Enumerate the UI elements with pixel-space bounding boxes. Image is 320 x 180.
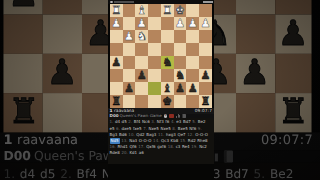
move-token[interactable]: e5 [110, 126, 115, 132]
square-a8[interactable]: ♜ [199, 95, 212, 108]
square-e2[interactable] [148, 17, 161, 30]
move-token[interactable]: f6 [165, 119, 169, 125]
move-token[interactable]: Nf6 [189, 126, 196, 132]
square-h8[interactable]: ♜ [110, 95, 123, 108]
square-g4[interactable] [123, 43, 136, 56]
opponent-bar [108, 0, 215, 4]
square-c4[interactable] [174, 43, 187, 56]
white-pawn-piece: ♟ [135, 17, 148, 30]
move-token[interactable]: fxe5 [133, 126, 142, 132]
square-b2[interactable]: ♟ [186, 17, 199, 30]
engine-toggle-icon[interactable] [169, 114, 174, 117]
square-g3[interactable]: ♟ [123, 30, 136, 43]
square-c5[interactable] [174, 56, 187, 69]
black-rook-piece: ♜ [199, 95, 212, 108]
square-a6[interactable]: ♟ [199, 69, 212, 82]
square-b3[interactable] [186, 30, 199, 43]
black-pawn-piece: ♟ [123, 82, 136, 95]
square-g7[interactable]: ♟ [123, 82, 136, 95]
move-token[interactable]: 3. [151, 119, 155, 125]
move-token[interactable]: gxf6 [157, 144, 166, 150]
move-token[interactable]: d5 [122, 119, 127, 125]
move-token[interactable]: O-O-O [195, 132, 208, 138]
square-d1[interactable]: ♜ [161, 4, 174, 17]
square-c7[interactable]: ♟ [174, 82, 187, 95]
square-c3[interactable] [174, 30, 187, 43]
move-token[interactable]: 19. [191, 144, 197, 150]
move-token[interactable]: 8. [172, 126, 176, 132]
square-b5[interactable] [186, 56, 199, 69]
move-token[interactable]: Na3 [129, 138, 137, 144]
square-g6[interactable] [123, 69, 136, 82]
square-f6[interactable]: ♟ [135, 69, 148, 82]
black-pawn-piece: ♟ [110, 56, 123, 69]
square-e5[interactable] [148, 56, 161, 69]
move-token[interactable]: Nxe5 [160, 126, 170, 132]
move-token[interactable]: 18. [168, 144, 174, 150]
white-rook-piece: ♜ [161, 4, 174, 17]
move-token[interactable]: a6 [139, 150, 144, 156]
square-h6[interactable] [110, 69, 123, 82]
current-move[interactable]: Nd5 [110, 138, 120, 144]
move-token[interactable]: 20. [121, 150, 127, 156]
square-g1[interactable] [123, 4, 136, 17]
move-token[interactable]: 13. [121, 138, 127, 144]
square-h7[interactable] [110, 82, 123, 95]
move-token[interactable]: 4. [171, 119, 175, 125]
square-f1[interactable]: ♝ [135, 4, 148, 17]
move-token[interactable]: 15. [180, 138, 186, 144]
move-token[interactable]: Rd2 [188, 138, 196, 144]
move-token[interactable]: d4 [115, 119, 120, 125]
move-token[interactable]: Bd6 [119, 132, 127, 138]
black-knight-piece: ♞ [174, 69, 187, 82]
white-pawn-piece: ♟ [199, 17, 212, 30]
analysis-screen: ♜♝♜♚♟♟♟♟♟♟♞♟♞♟♞♟♟♝♟♟♜♚♜ 1 raavaana 09:07… [108, 0, 215, 180]
square-d4[interactable] [161, 43, 174, 56]
square-e1[interactable] [148, 4, 161, 17]
move-token[interactable]: Nc2 [199, 144, 207, 150]
square-e3[interactable] [148, 30, 161, 43]
black-pawn-piece: ♟ [186, 82, 199, 95]
square-h2[interactable]: ♟ [110, 17, 123, 30]
move-token[interactable]: Bxg3 [146, 132, 156, 138]
black-pawn-piece: ♟ [199, 69, 212, 82]
square-f5[interactable] [135, 56, 148, 69]
player-clock: 09:07:7 [195, 108, 212, 113]
move-token[interactable]: Bxe5 [178, 126, 188, 132]
chart-icon[interactable] [176, 114, 180, 118]
move-token[interactable]: 10. [128, 132, 134, 138]
move-token[interactable]: Nxe5 [149, 126, 159, 132]
move-token[interactable]: Nc6 [142, 119, 150, 125]
square-g2[interactable] [123, 17, 136, 30]
move-token[interactable]: 6. [116, 126, 120, 132]
square-a3[interactable] [199, 30, 212, 43]
move-token[interactable]: Bg3 [110, 132, 118, 138]
square-g8[interactable] [123, 95, 136, 108]
move-token[interactable]: Kd1 [129, 150, 137, 156]
move-token[interactable]: 2. [128, 119, 132, 125]
square-f4[interactable] [135, 43, 148, 56]
book-icon[interactable] [182, 114, 186, 118]
move-token[interactable]: 5. [192, 119, 196, 125]
white-pawn-piece: ♟ [174, 17, 187, 30]
black-bishop-piece: ♝ [161, 82, 174, 95]
black-knight-piece: ♞ [161, 56, 174, 69]
square-a4[interactable] [199, 43, 212, 56]
chess-board[interactable]: ♜♝♜♚♟♟♟♟♟♟♞♟♞♟♞♟♟♝♟♟♜♚♜ [110, 4, 212, 108]
move-token[interactable]: 11. [158, 132, 164, 138]
square-c1[interactable]: ♚ [174, 4, 187, 17]
move-token[interactable]: hxg3 [166, 132, 176, 138]
square-g5[interactable] [123, 56, 136, 69]
square-f2[interactable]: ♟ [135, 17, 148, 30]
black-king-piece: ♚ [161, 95, 174, 108]
square-e8[interactable] [148, 95, 161, 108]
square-b8[interactable] [186, 95, 199, 108]
square-f7[interactable] [135, 82, 148, 95]
white-king-piece: ♚ [174, 4, 187, 17]
square-b1[interactable] [186, 4, 199, 17]
square-d5[interactable]: ♞ [161, 56, 174, 69]
move-token[interactable]: O-O-O [139, 138, 152, 144]
square-c6[interactable]: ♞ [174, 69, 187, 82]
move-token[interactable]: c3 [176, 144, 181, 150]
info-icon[interactable]: i [164, 114, 168, 118]
move-token[interactable]: Bf4 [134, 119, 141, 125]
square-e6[interactable] [148, 69, 161, 82]
white-pawn-piece: ♟ [123, 30, 136, 43]
square-h4[interactable] [110, 43, 123, 56]
online-dot-icon [110, 1, 113, 3]
move-token[interactable]: 12. [187, 132, 193, 138]
white-rook-piece: ♜ [110, 4, 123, 17]
opponent-clock-smudge [203, 1, 213, 3]
opponent-name-smudge [114, 1, 134, 3]
square-h5[interactable]: ♟ [110, 56, 123, 69]
move-token[interactable]: Kb8 [171, 138, 179, 144]
square-f3[interactable]: ♞ [135, 30, 148, 43]
black-pawn-piece: ♟ [135, 69, 148, 82]
shorts-frame: ♜♝♜♚♟♟♟♟♟♟♞♟♞♟♞♟♟♝♟♟♜♚♜ 1 raavaana 09:07… [0, 0, 320, 180]
move-token[interactable]: 9. [198, 126, 202, 132]
square-b6[interactable] [186, 69, 199, 82]
square-a7[interactable] [199, 82, 212, 95]
move-token[interactable]: Bd7 [183, 119, 191, 125]
opening-eco: D00 [110, 113, 119, 118]
square-a5[interactable] [199, 56, 212, 69]
move-token[interactable]: Qe7 [178, 132, 186, 138]
square-d2[interactable] [161, 17, 174, 30]
square-h3[interactable] [110, 30, 123, 43]
move-token[interactable]: 1. [110, 119, 114, 125]
square-d7[interactable]: ♝ [161, 82, 174, 95]
square-d3[interactable] [161, 30, 174, 43]
move-list[interactable]: 1.d4d52.Bf4Nc63.Nf3f64.e3Bd75.Be2e56.dxe… [108, 118, 215, 163]
black-pawn-piece: ♟ [174, 82, 187, 95]
move-token[interactable]: Be2 [198, 119, 206, 125]
opening-name: Queen's Pawn Game [120, 113, 162, 118]
square-d6[interactable] [161, 69, 174, 82]
move-token[interactable]: 14. [153, 138, 159, 144]
move-token[interactable]: Qc3 [161, 138, 169, 144]
square-d8[interactable]: ♚ [161, 95, 174, 108]
move-token[interactable]: Rhe8 [197, 138, 207, 144]
square-h1[interactable]: ♜ [110, 4, 123, 17]
square-a2[interactable]: ♟ [199, 17, 212, 30]
square-c8[interactable] [174, 95, 187, 108]
white-pawn-piece: ♟ [186, 17, 199, 30]
square-a1[interactable] [199, 4, 212, 17]
square-b4[interactable] [186, 43, 199, 56]
white-pawn-piece: ♟ [110, 17, 123, 30]
move-token[interactable]: Nf3 [157, 119, 164, 125]
black-rook-piece: ♜ [110, 95, 123, 108]
move-token[interactable]: Re4 [182, 144, 190, 150]
white-bishop-piece: ♝ [135, 4, 148, 17]
move-token[interactable]: Qxf6 [146, 144, 155, 150]
move-token[interactable]: Qd2 [136, 132, 144, 138]
move-token[interactable]: Rde8 [110, 150, 120, 156]
white-knight-piece: ♞ [135, 30, 148, 43]
square-c2[interactable]: ♟ [174, 17, 187, 30]
move-token[interactable]: dxe5 [122, 126, 132, 132]
square-e4[interactable] [148, 43, 161, 56]
square-e7[interactable] [148, 82, 161, 95]
move-token[interactable]: e3 [176, 119, 181, 125]
move-token[interactable]: 7. [143, 126, 147, 132]
square-f8[interactable] [135, 95, 148, 108]
square-b7[interactable]: ♟ [186, 82, 199, 95]
